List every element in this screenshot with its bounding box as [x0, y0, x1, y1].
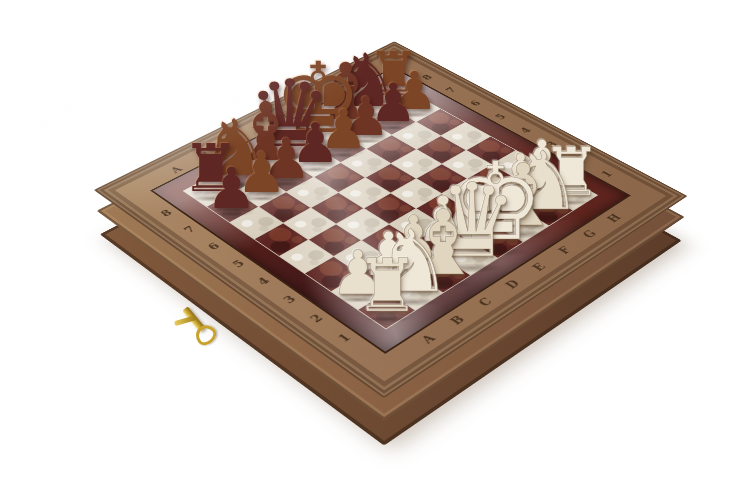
square-f1: [496, 210, 548, 241]
file-label-near-c: C: [475, 295, 495, 308]
square-a2: [332, 275, 387, 310]
file-label-near-g: G: [579, 228, 598, 240]
rank-label-left-3: 3: [280, 293, 298, 305]
scene: AABBCCDDEEFFGGHH1122334455667788 ♜♞♝♛♚♝♞…: [0, 0, 750, 500]
square-c5: [312, 193, 363, 223]
square-a4: [280, 240, 333, 273]
file-label-far-h: H: [351, 72, 368, 81]
rank-label-left-5: 5: [229, 258, 247, 269]
rank-label-left-8: 8: [158, 208, 175, 218]
square-e3: [417, 194, 468, 224]
file-label-far-g: G: [327, 84, 344, 93]
square-a6: [230, 207, 282, 238]
square-d3: [390, 209, 442, 240]
file-label-near-d: D: [502, 277, 522, 290]
square-b2: [361, 258, 415, 292]
rank-label-left-4: 4: [254, 275, 272, 287]
square-e1: [470, 226, 523, 258]
rank-label-right-7: 7: [443, 86, 459, 94]
square-b4: [309, 224, 361, 256]
square-d1: [444, 242, 497, 275]
square-b3: [334, 241, 387, 274]
square-d2: [416, 225, 468, 257]
square-e2: [443, 210, 495, 241]
rank-label-right-1: 1: [598, 169, 615, 179]
square-a5: [255, 224, 307, 256]
chess-board-grid: [183, 82, 599, 329]
square-a1: [359, 293, 414, 329]
square-b1: [388, 275, 443, 310]
rank-label-left-1: 1: [334, 331, 353, 344]
file-label-far-d: D: [250, 123, 267, 133]
square-a7: [207, 192, 258, 222]
rank-label-left-6: 6: [205, 241, 222, 252]
square-a3: [305, 257, 359, 291]
square-d4: [364, 193, 415, 223]
rank-label-right-4: 4: [517, 126, 533, 135]
file-label-far-b: B: [195, 150, 212, 160]
rank-label-right-6: 6: [467, 99, 483, 108]
file-label-near-f: F: [555, 244, 573, 255]
square-c3: [362, 225, 414, 257]
file-label-near-b: B: [446, 313, 466, 326]
rank-label-left-2: 2: [307, 312, 326, 324]
rank-label-right-5: 5: [492, 112, 508, 121]
rank-label-left-7: 7: [181, 224, 198, 235]
square-c4: [337, 209, 389, 240]
file-label-near-e: E: [529, 261, 548, 273]
rank-label-right-8: 8: [419, 73, 434, 81]
square-b6: [259, 192, 310, 222]
file-label-near-h: H: [603, 212, 623, 224]
square-c2: [389, 241, 442, 274]
file-label-far-f: F: [303, 97, 319, 106]
file-label-near-a: A: [418, 332, 438, 345]
rank-label-right-3: 3: [544, 140, 561, 149]
square-c1: [416, 258, 470, 292]
file-label-far-a: A: [167, 164, 184, 174]
square-b5: [284, 208, 336, 239]
wooden-frame: AABBCCDDEEFFGGHH1122334455667788: [94, 41, 688, 398]
square-g1: [522, 195, 573, 225]
file-label-far-e: E: [277, 110, 293, 119]
file-label-far-c: C: [223, 136, 240, 146]
square-f2: [469, 194, 520, 224]
chess-box: AABBCCDDEEFFGGHH1122334455667788: [94, 41, 688, 398]
rank-label-right-2: 2: [570, 154, 587, 163]
